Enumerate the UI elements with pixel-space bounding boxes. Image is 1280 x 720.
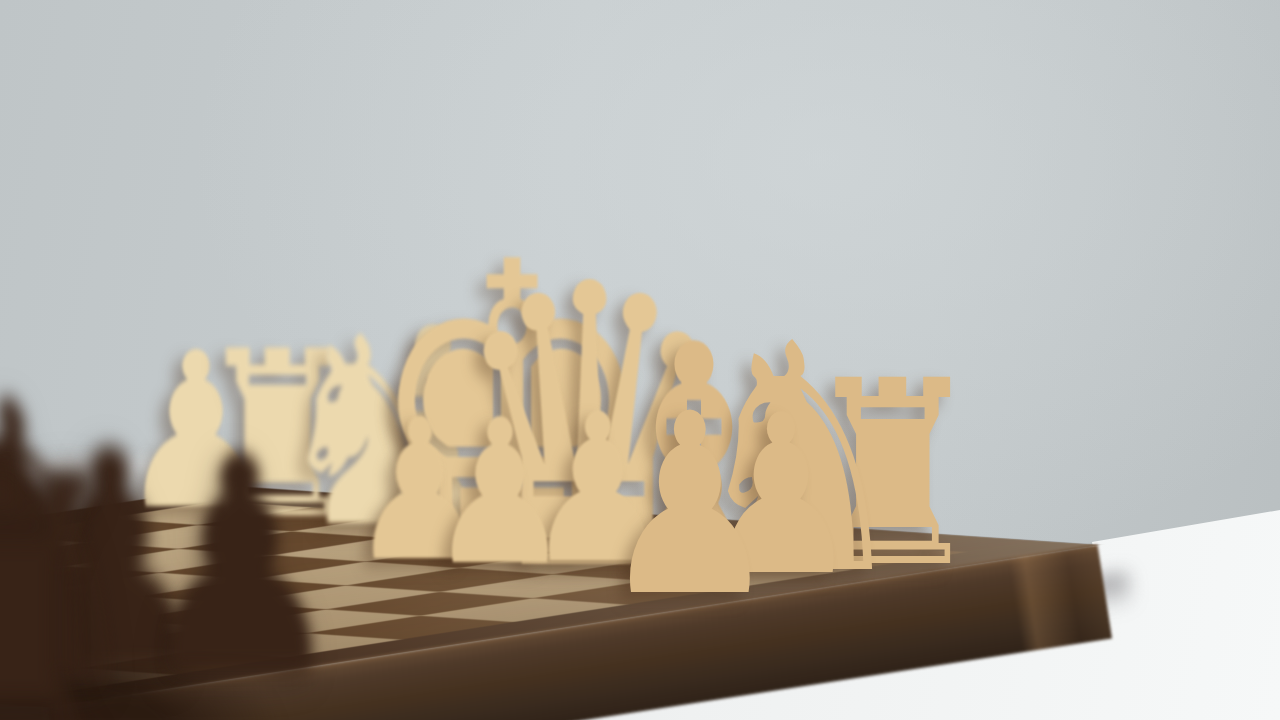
- piece-black-rook-a8[interactable]: ♜: [0, 424, 143, 720]
- piece-white-pawn-d2[interactable]: ♟: [428, 393, 571, 593]
- piece-black-pawn-b7[interactable]: ♟: [134, 419, 346, 714]
- chess-photo-scene: ♟ ♜ ♞ ♝ ♟ ♚ ♟ ♛ ♟ ♝ ♟ ♞ ♟ ♜ ♞ ♟ ♟ ♜: [0, 0, 1280, 720]
- piece-white-pawn-b2[interactable]: ♟: [600, 381, 779, 631]
